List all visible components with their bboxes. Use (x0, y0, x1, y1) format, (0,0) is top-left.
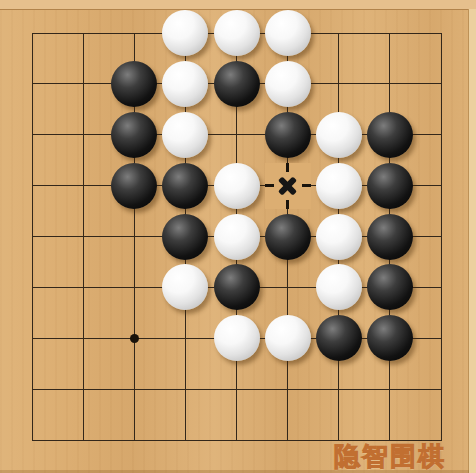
white-stone (316, 214, 362, 260)
x-marker-dash (286, 163, 289, 172)
white-stone (316, 264, 362, 310)
x-marker-dash (302, 184, 311, 187)
star-point (130, 334, 139, 343)
black-stone (214, 264, 260, 310)
black-stone (214, 61, 260, 107)
white-stone (265, 61, 311, 107)
white-stone (316, 112, 362, 158)
black-stone (162, 214, 208, 260)
white-stone (162, 264, 208, 310)
white-stone (265, 315, 311, 361)
black-stone (367, 214, 413, 260)
black-stone (111, 112, 157, 158)
black-stone (367, 163, 413, 209)
white-stone (316, 163, 362, 209)
black-stone (316, 315, 362, 361)
white-stone (162, 112, 208, 158)
x-marker-dash (286, 200, 289, 209)
black-stone (265, 112, 311, 158)
white-stone (214, 10, 260, 56)
black-stone (111, 163, 157, 209)
watermark-text: 隐智围棋 (334, 443, 446, 469)
grid-line-vertical (83, 33, 84, 441)
white-stone (162, 61, 208, 107)
white-stone (162, 10, 208, 56)
grid-line-vertical (441, 33, 442, 441)
black-stone (162, 163, 208, 209)
board-edge-top (0, 0, 476, 10)
x-marker (265, 163, 311, 209)
black-stone (367, 112, 413, 158)
black-stone (367, 315, 413, 361)
black-stone (265, 214, 311, 260)
black-stone (367, 264, 413, 310)
white-stone (214, 214, 260, 260)
x-marker-dash (265, 184, 274, 187)
grid-line-vertical (32, 33, 33, 441)
white-stone (265, 10, 311, 56)
white-stone (214, 163, 260, 209)
grid-line-horizontal (32, 389, 442, 390)
board-edge-right (468, 9, 476, 473)
go-app-screenshot: 隐智围棋 (0, 0, 476, 473)
black-stone (111, 61, 157, 107)
white-stone (214, 315, 260, 361)
